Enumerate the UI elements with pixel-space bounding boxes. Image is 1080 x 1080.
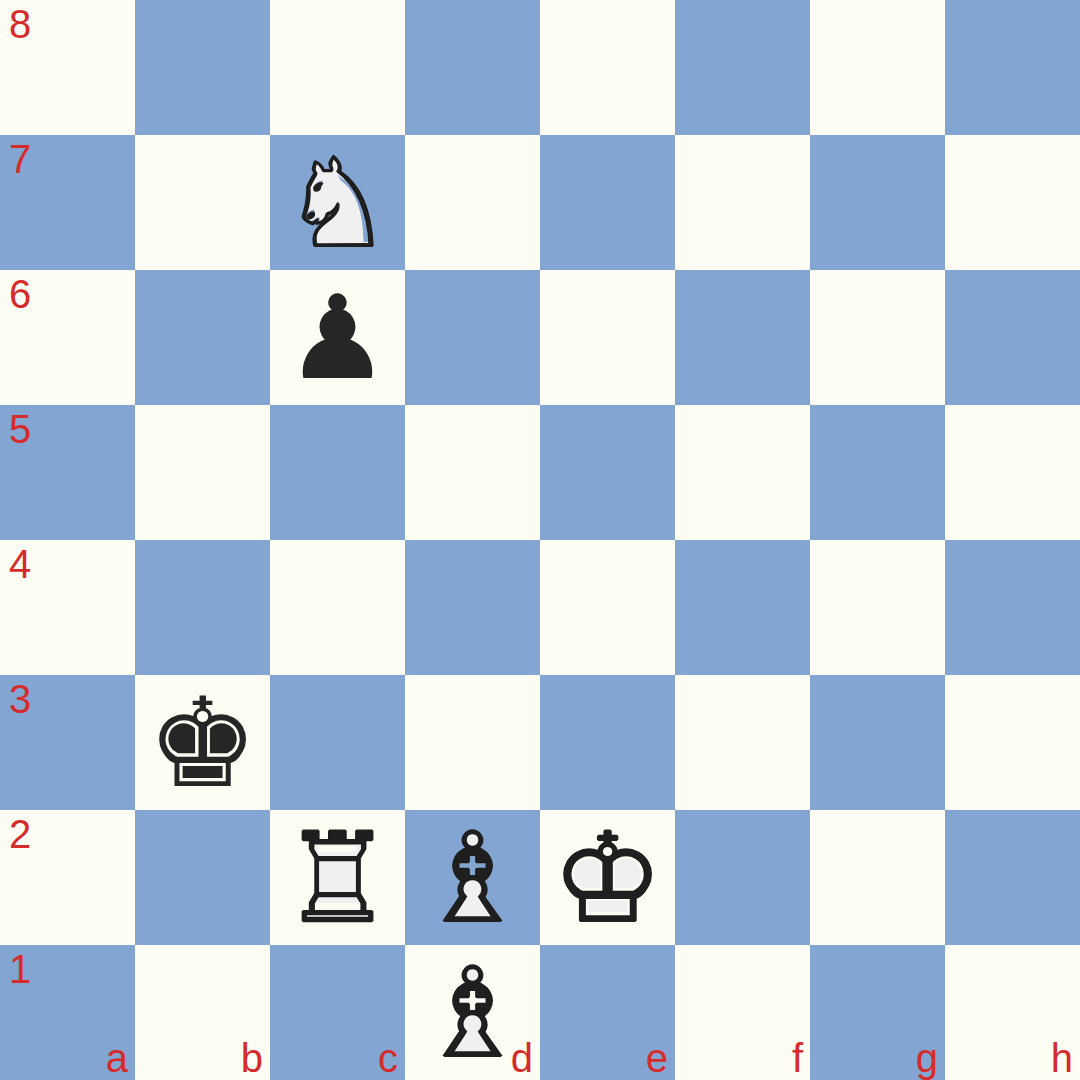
square-c3[interactable] — [270, 675, 405, 810]
square-f7[interactable] — [675, 135, 810, 270]
square-e1[interactable] — [540, 945, 675, 1080]
white-knight-outline-glyph: ♘ — [270, 135, 405, 270]
square-f3[interactable] — [675, 675, 810, 810]
square-a7[interactable] — [0, 135, 135, 270]
square-c1[interactable] — [270, 945, 405, 1080]
piece-black-king-b3[interactable]: ♚ — [135, 675, 270, 810]
piece-white-bishop-d1[interactable]: ♝♗ — [405, 945, 540, 1080]
white-bishop-outline-glyph: ♗ — [405, 810, 540, 945]
square-b4[interactable] — [135, 540, 270, 675]
square-h2[interactable] — [945, 810, 1080, 945]
square-h8[interactable] — [945, 0, 1080, 135]
square-g1[interactable] — [810, 945, 945, 1080]
piece-white-knight-c7[interactable]: ♞♘ — [270, 135, 405, 270]
white-king-outline-glyph: ♔ — [540, 810, 675, 945]
square-f8[interactable] — [675, 0, 810, 135]
square-h3[interactable] — [945, 675, 1080, 810]
black-pawn-glyph: ♟ — [270, 270, 405, 405]
square-g6[interactable] — [810, 270, 945, 405]
white-rook-outline-glyph: ♖ — [270, 810, 405, 945]
square-a5[interactable] — [0, 405, 135, 540]
square-b2[interactable] — [135, 810, 270, 945]
square-e6[interactable] — [540, 270, 675, 405]
black-king-glyph: ♚ — [135, 675, 270, 810]
square-e3[interactable] — [540, 675, 675, 810]
square-g2[interactable] — [810, 810, 945, 945]
square-h5[interactable] — [945, 405, 1080, 540]
square-f1[interactable] — [675, 945, 810, 1080]
square-h4[interactable] — [945, 540, 1080, 675]
square-c5[interactable] — [270, 405, 405, 540]
square-e7[interactable] — [540, 135, 675, 270]
square-h7[interactable] — [945, 135, 1080, 270]
square-f5[interactable] — [675, 405, 810, 540]
square-g8[interactable] — [810, 0, 945, 135]
square-a6[interactable] — [0, 270, 135, 405]
square-h6[interactable] — [945, 270, 1080, 405]
square-h1[interactable] — [945, 945, 1080, 1080]
square-b1[interactable] — [135, 945, 270, 1080]
square-g5[interactable] — [810, 405, 945, 540]
piece-black-pawn-c6[interactable]: ♟ — [270, 270, 405, 405]
square-c4[interactable] — [270, 540, 405, 675]
square-d6[interactable] — [405, 270, 540, 405]
square-d3[interactable] — [405, 675, 540, 810]
square-b5[interactable] — [135, 405, 270, 540]
piece-white-king-e2[interactable]: ♚♔ — [540, 810, 675, 945]
square-a1[interactable] — [0, 945, 135, 1080]
square-b7[interactable] — [135, 135, 270, 270]
piece-white-bishop-d2[interactable]: ♝♗ — [405, 810, 540, 945]
square-g4[interactable] — [810, 540, 945, 675]
square-d8[interactable] — [405, 0, 540, 135]
square-b6[interactable] — [135, 270, 270, 405]
square-e8[interactable] — [540, 0, 675, 135]
square-a8[interactable] — [0, 0, 135, 135]
square-g7[interactable] — [810, 135, 945, 270]
square-f4[interactable] — [675, 540, 810, 675]
square-f6[interactable] — [675, 270, 810, 405]
square-g3[interactable] — [810, 675, 945, 810]
square-a4[interactable] — [0, 540, 135, 675]
square-d5[interactable] — [405, 405, 540, 540]
square-e4[interactable] — [540, 540, 675, 675]
square-b8[interactable] — [135, 0, 270, 135]
piece-white-rook-c2[interactable]: ♜♖ — [270, 810, 405, 945]
chess-board: 87654321abcdefgh♞♘♟♚♜♖♝♗♚♔♝♗ — [0, 0, 1080, 1080]
square-a2[interactable] — [0, 810, 135, 945]
square-d4[interactable] — [405, 540, 540, 675]
square-e5[interactable] — [540, 405, 675, 540]
white-bishop-outline-glyph: ♗ — [405, 945, 540, 1080]
square-d7[interactable] — [405, 135, 540, 270]
square-a3[interactable] — [0, 675, 135, 810]
square-c8[interactable] — [270, 0, 405, 135]
square-f2[interactable] — [675, 810, 810, 945]
